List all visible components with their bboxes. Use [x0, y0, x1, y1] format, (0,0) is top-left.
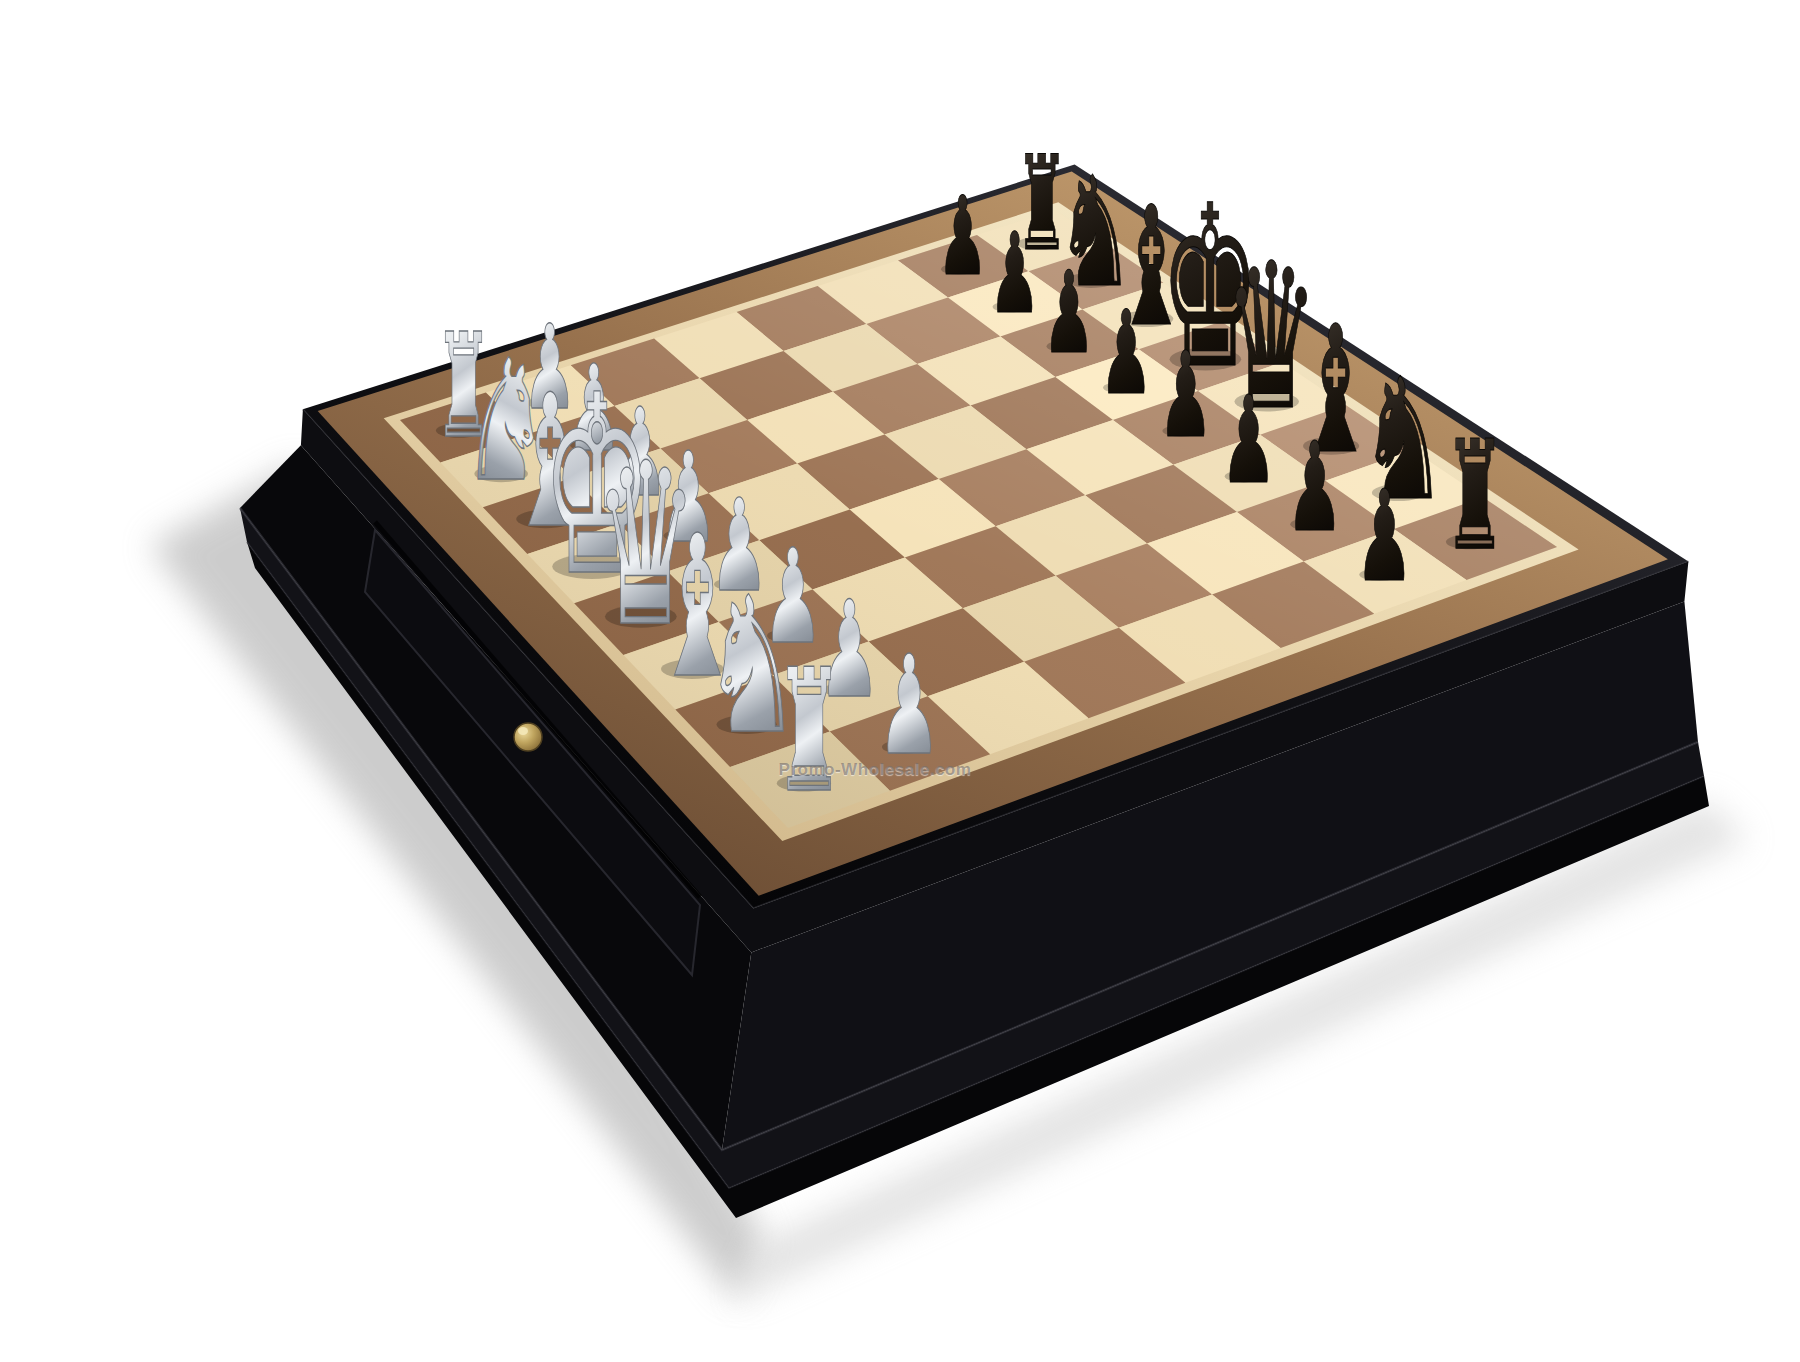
- piece-white-pawn-h2[interactable]: ♟: [877, 626, 941, 785]
- piece-black-pawn-d7[interactable]: ♟: [1099, 285, 1153, 421]
- piece-black-pawn-c7[interactable]: ♟: [1043, 246, 1096, 378]
- piece-black-pawn-f7[interactable]: ♟: [1221, 370, 1277, 511]
- piece-black-pawn-a7[interactable]: ♟: [937, 173, 988, 300]
- piece-white-rook-h1[interactable]: ♜: [775, 632, 843, 829]
- piece-black-pawn-e7[interactable]: ♟: [1158, 327, 1213, 464]
- knob-highlight: [518, 727, 528, 735]
- piece-black-pawn-g7[interactable]: ♟: [1286, 416, 1343, 559]
- chess-set-scene: ♜♟♞♟♝♟♚♟♛♟♜♟♟♝♞♟♟♞♝♟♟♜♚♟♟♛♟♝♟♞♟♜: [0, 0, 1800, 1362]
- drawer-knob[interactable]: [514, 723, 542, 751]
- piece-black-pawn-b7[interactable]: ♟: [989, 209, 1041, 338]
- piece-black-rook-h8[interactable]: ♜: [1444, 407, 1505, 584]
- piece-black-pawn-h7[interactable]: ♟: [1355, 464, 1414, 611]
- product-photo: ♜♟♞♟♝♟♚♟♛♟♜♟♟♝♞♟♟♞♝♟♟♜♚♟♟♛♟♝♟♞♟♜ Promo-W…: [0, 0, 1800, 1362]
